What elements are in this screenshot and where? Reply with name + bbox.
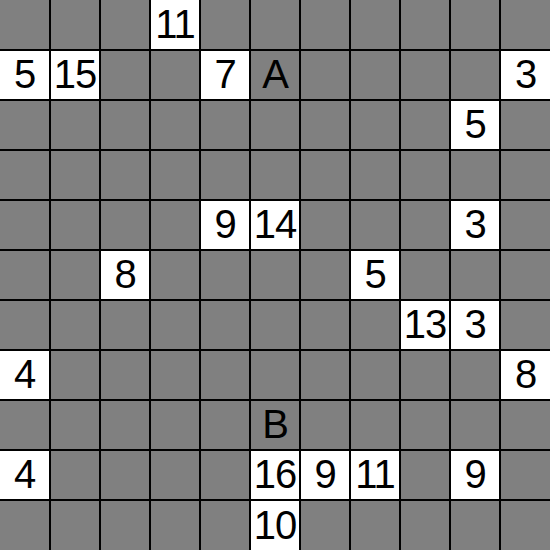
cell-r4-c10[interactable]	[500, 200, 550, 250]
clue-cell-r1-c1: 15	[50, 50, 100, 100]
clue-cell-r6-c9: 3	[450, 300, 500, 350]
cell-r5-c5[interactable]	[250, 250, 300, 300]
cell-r2-c4[interactable]	[200, 100, 250, 150]
cell-r8-c6[interactable]	[300, 400, 350, 450]
clue-cell-r4-c4: 9	[200, 200, 250, 250]
cell-r4-c0[interactable]	[0, 200, 50, 250]
clue-cell-r9-c6: 9	[300, 450, 350, 500]
cell-r6-c10[interactable]	[500, 300, 550, 350]
cell-r8-c0[interactable]	[0, 400, 50, 450]
cell-r8-c1[interactable]	[50, 400, 100, 450]
cell-r8-c9[interactable]	[450, 400, 500, 450]
cell-r6-c5[interactable]	[250, 300, 300, 350]
cell-r6-c3[interactable]	[150, 300, 200, 350]
cell-r7-c8[interactable]	[400, 350, 450, 400]
cell-r8-c10[interactable]	[500, 400, 550, 450]
puzzle-board: 115157A3591438513348B416911910	[0, 0, 550, 550]
cell-r3-c7[interactable]	[350, 150, 400, 200]
cell-r6-c1[interactable]	[50, 300, 100, 350]
marker-cell-B[interactable]: B	[250, 400, 300, 450]
clue-cell-r9-c9: 9	[450, 450, 500, 500]
cell-r10-c1[interactable]	[50, 500, 100, 550]
clue-cell-r2-c9: 5	[450, 100, 500, 150]
cell-r10-c0[interactable]	[0, 500, 50, 550]
cell-r4-c7[interactable]	[350, 200, 400, 250]
cell-r10-c3[interactable]	[150, 500, 200, 550]
cell-r7-c9[interactable]	[450, 350, 500, 400]
clue-cell-r6-c8: 13	[400, 300, 450, 350]
clue-cell-r4-c9: 3	[450, 200, 500, 250]
clue-cell-r10-c5: 10	[250, 500, 300, 550]
cell-r7-c2[interactable]	[100, 350, 150, 400]
clue-cell-r1-c0: 5	[0, 50, 50, 100]
cell-r7-c3[interactable]	[150, 350, 200, 400]
clue-cell-r7-c0: 4	[0, 350, 50, 400]
cell-r2-c0[interactable]	[0, 100, 50, 150]
cell-r2-c8[interactable]	[400, 100, 450, 150]
cell-r5-c4[interactable]	[200, 250, 250, 300]
cell-r9-c4[interactable]	[200, 450, 250, 500]
cell-r1-c7[interactable]	[350, 50, 400, 100]
cell-r6-c7[interactable]	[350, 300, 400, 350]
cell-r5-c6[interactable]	[300, 250, 350, 300]
cell-r8-c4[interactable]	[200, 400, 250, 450]
cell-r6-c0[interactable]	[0, 300, 50, 350]
cell-r6-c4[interactable]	[200, 300, 250, 350]
clue-cell-r1-c4: 7	[200, 50, 250, 100]
cell-r3-c8[interactable]	[400, 150, 450, 200]
cell-r0-c4[interactable]	[200, 0, 250, 50]
cell-r1-c2[interactable]	[100, 50, 150, 100]
cell-r10-c6[interactable]	[300, 500, 350, 550]
cell-r4-c8[interactable]	[400, 200, 450, 250]
cell-r1-c9[interactable]	[450, 50, 500, 100]
cell-r7-c4[interactable]	[200, 350, 250, 400]
clue-cell-r9-c5: 16	[250, 450, 300, 500]
cell-r6-c2[interactable]	[100, 300, 150, 350]
clue-cell-r9-c0: 4	[0, 450, 50, 500]
cell-r5-c10[interactable]	[500, 250, 550, 300]
cell-r0-c0[interactable]	[0, 0, 50, 50]
cell-r3-c0[interactable]	[0, 150, 50, 200]
cell-r5-c1[interactable]	[50, 250, 100, 300]
cell-r7-c7[interactable]	[350, 350, 400, 400]
cell-r4-c6[interactable]	[300, 200, 350, 250]
cell-r4-c3[interactable]	[150, 200, 200, 250]
clue-cell-r4-c5: 14	[250, 200, 300, 250]
cell-r9-c8[interactable]	[400, 450, 450, 500]
marker-cell-A[interactable]: A	[250, 50, 300, 100]
cell-r10-c7[interactable]	[350, 500, 400, 550]
cell-r9-c1[interactable]	[50, 450, 100, 500]
cell-r0-c1[interactable]	[50, 0, 100, 50]
cell-r0-c8[interactable]	[400, 0, 450, 50]
cell-r0-c7[interactable]	[350, 0, 400, 50]
cell-r8-c2[interactable]	[100, 400, 150, 450]
cell-r7-c1[interactable]	[50, 350, 100, 400]
cell-r10-c4[interactable]	[200, 500, 250, 550]
cell-r5-c8[interactable]	[400, 250, 450, 300]
cell-r5-c3[interactable]	[150, 250, 200, 300]
cell-r2-c5[interactable]	[250, 100, 300, 150]
cell-r2-c2[interactable]	[100, 100, 150, 150]
cell-r0-c10[interactable]	[500, 0, 550, 50]
cell-r5-c9[interactable]	[450, 250, 500, 300]
cell-r9-c10[interactable]	[500, 450, 550, 500]
cell-r10-c2[interactable]	[100, 500, 150, 550]
cell-r10-c8[interactable]	[400, 500, 450, 550]
cell-r10-c10[interactable]	[500, 500, 550, 550]
cell-r3-c4[interactable]	[200, 150, 250, 200]
clue-cell-r7-c10: 8	[500, 350, 550, 400]
cell-r2-c3[interactable]	[150, 100, 200, 150]
cell-r3-c3[interactable]	[150, 150, 200, 200]
cell-r2-c1[interactable]	[50, 100, 100, 150]
cell-r9-c3[interactable]	[150, 450, 200, 500]
cell-r1-c3[interactable]	[150, 50, 200, 100]
cell-r3-c1[interactable]	[50, 150, 100, 200]
cell-r0-c5[interactable]	[250, 0, 300, 50]
cell-r3-c2[interactable]	[100, 150, 150, 200]
cell-r0-c6[interactable]	[300, 0, 350, 50]
clue-cell-r0-c3: 11	[150, 0, 200, 50]
cell-r3-c9[interactable]	[450, 150, 500, 200]
cell-r4-c1[interactable]	[50, 200, 100, 250]
cell-r8-c3[interactable]	[150, 400, 200, 450]
cell-r7-c5[interactable]	[250, 350, 300, 400]
cell-r1-c8[interactable]	[400, 50, 450, 100]
cell-r6-c6[interactable]	[300, 300, 350, 350]
cell-r7-c6[interactable]	[300, 350, 350, 400]
cell-r8-c8[interactable]	[400, 400, 450, 450]
cell-r10-c9[interactable]	[450, 500, 500, 550]
clue-cell-r9-c7: 11	[350, 450, 400, 500]
cell-r4-c2[interactable]	[100, 200, 150, 250]
cell-r3-c5[interactable]	[250, 150, 300, 200]
cell-r3-c10[interactable]	[500, 150, 550, 200]
cell-r2-c10[interactable]	[500, 100, 550, 150]
cell-r0-c2[interactable]	[100, 0, 150, 50]
clue-cell-r5-c7: 5	[350, 250, 400, 300]
cell-r5-c0[interactable]	[0, 250, 50, 300]
cell-r0-c9[interactable]	[450, 0, 500, 50]
clue-cell-r1-c10: 3	[500, 50, 550, 100]
cell-r8-c7[interactable]	[350, 400, 400, 450]
cell-r2-c7[interactable]	[350, 100, 400, 150]
cell-r3-c6[interactable]	[300, 150, 350, 200]
cell-r1-c6[interactable]	[300, 50, 350, 100]
cell-r9-c2[interactable]	[100, 450, 150, 500]
cell-r2-c6[interactable]	[300, 100, 350, 150]
clue-cell-r5-c2: 8	[100, 250, 150, 300]
